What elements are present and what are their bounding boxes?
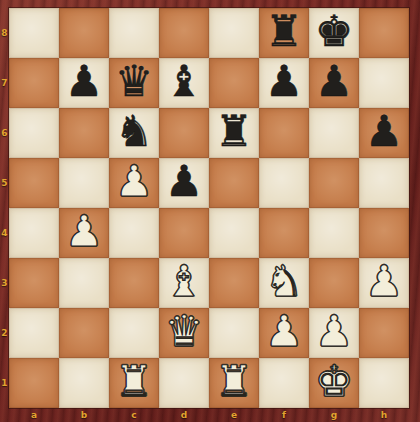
piece-white-pawn-b4[interactable]: ♟ — [59, 208, 109, 258]
square-h6[interactable]: ♟ — [359, 108, 409, 158]
piece-white-rook-e1[interactable]: ♜ — [209, 358, 259, 408]
piece-black-rook-e6[interactable]: ♜ — [209, 108, 259, 158]
square-e4[interactable] — [209, 208, 259, 258]
square-h8[interactable] — [359, 8, 409, 58]
square-f6[interactable] — [259, 108, 309, 158]
square-e6[interactable]: ♜ — [209, 108, 259, 158]
square-f8[interactable]: ♜ — [259, 8, 309, 58]
square-f5[interactable] — [259, 158, 309, 208]
piece-black-knight-c6[interactable]: ♞ — [109, 108, 159, 158]
square-e7[interactable] — [209, 58, 259, 108]
square-c2[interactable] — [109, 308, 159, 358]
square-a8[interactable] — [9, 8, 59, 58]
square-d7[interactable]: ♝ — [159, 58, 209, 108]
square-b6[interactable] — [59, 108, 109, 158]
square-b8[interactable] — [59, 8, 109, 58]
square-b3[interactable] — [59, 258, 109, 308]
file-label-f: f — [259, 409, 309, 421]
piece-black-pawn-g7[interactable]: ♟ — [309, 58, 359, 108]
square-e8[interactable] — [209, 8, 259, 58]
rank-label-3: 3 — [0, 277, 9, 289]
chess-board: ♜♚♟♛♝♟♟♞♜♟♟♟♟♝♞♟♛♟♟♜♜♚ — [9, 8, 409, 408]
file-label-c: c — [109, 409, 159, 421]
square-c8[interactable] — [109, 8, 159, 58]
file-label-a: a — [9, 409, 59, 421]
square-d2[interactable]: ♛ — [159, 308, 209, 358]
file-label-g: g — [309, 409, 359, 421]
rank-label-2: 2 — [0, 327, 9, 339]
piece-black-rook-f8[interactable]: ♜ — [259, 8, 309, 58]
square-d6[interactable] — [159, 108, 209, 158]
file-label-e: e — [209, 409, 259, 421]
piece-black-queen-c7[interactable]: ♛ — [109, 58, 159, 108]
square-b7[interactable]: ♟ — [59, 58, 109, 108]
piece-white-pawn-c5[interactable]: ♟ — [109, 158, 159, 208]
piece-black-king-g8[interactable]: ♚ — [309, 8, 359, 58]
square-c7[interactable]: ♛ — [109, 58, 159, 108]
square-a4[interactable] — [9, 208, 59, 258]
piece-black-pawn-f7[interactable]: ♟ — [259, 58, 309, 108]
square-f4[interactable] — [259, 208, 309, 258]
rank-label-1: 1 — [0, 377, 9, 389]
piece-white-pawn-f2[interactable]: ♟ — [259, 308, 309, 358]
square-h5[interactable] — [359, 158, 409, 208]
square-g6[interactable] — [309, 108, 359, 158]
piece-white-queen-d2[interactable]: ♛ — [159, 308, 209, 358]
square-a2[interactable] — [9, 308, 59, 358]
square-h1[interactable] — [359, 358, 409, 408]
file-label-h: h — [359, 409, 409, 421]
piece-black-bishop-d7[interactable]: ♝ — [159, 58, 209, 108]
piece-white-pawn-h3[interactable]: ♟ — [359, 258, 409, 308]
square-e3[interactable] — [209, 258, 259, 308]
square-h4[interactable] — [359, 208, 409, 258]
square-a6[interactable] — [9, 108, 59, 158]
file-label-d: d — [159, 409, 209, 421]
square-h7[interactable] — [359, 58, 409, 108]
square-g7[interactable]: ♟ — [309, 58, 359, 108]
square-a3[interactable] — [9, 258, 59, 308]
rank-label-8: 8 — [0, 27, 9, 39]
square-b2[interactable] — [59, 308, 109, 358]
square-f1[interactable] — [259, 358, 309, 408]
square-h3[interactable]: ♟ — [359, 258, 409, 308]
square-d8[interactable] — [159, 8, 209, 58]
square-c6[interactable]: ♞ — [109, 108, 159, 158]
square-d1[interactable] — [159, 358, 209, 408]
piece-black-pawn-b7[interactable]: ♟ — [59, 58, 109, 108]
piece-white-rook-c1[interactable]: ♜ — [109, 358, 159, 408]
square-e1[interactable]: ♜ — [209, 358, 259, 408]
square-c4[interactable] — [109, 208, 159, 258]
square-g8[interactable]: ♚ — [309, 8, 359, 58]
rank-label-5: 5 — [0, 177, 9, 189]
square-g5[interactable] — [309, 158, 359, 208]
square-g1[interactable]: ♚ — [309, 358, 359, 408]
square-b1[interactable] — [59, 358, 109, 408]
square-d3[interactable]: ♝ — [159, 258, 209, 308]
square-d4[interactable] — [159, 208, 209, 258]
square-e2[interactable] — [209, 308, 259, 358]
square-f2[interactable]: ♟ — [259, 308, 309, 358]
square-c1[interactable]: ♜ — [109, 358, 159, 408]
square-b4[interactable]: ♟ — [59, 208, 109, 258]
chess-board-frame: ♜♚♟♛♝♟♟♞♜♟♟♟♟♝♞♟♛♟♟♜♜♚ 87654321abcdefgh — [0, 0, 420, 422]
square-g2[interactable]: ♟ — [309, 308, 359, 358]
piece-black-pawn-d5[interactable]: ♟ — [159, 158, 209, 208]
square-e5[interactable] — [209, 158, 259, 208]
square-h2[interactable] — [359, 308, 409, 358]
piece-white-king-g1[interactable]: ♚ — [309, 358, 359, 408]
square-d5[interactable]: ♟ — [159, 158, 209, 208]
square-c5[interactable]: ♟ — [109, 158, 159, 208]
square-a1[interactable] — [9, 358, 59, 408]
file-label-b: b — [59, 409, 109, 421]
square-a7[interactable] — [9, 58, 59, 108]
square-f3[interactable]: ♞ — [259, 258, 309, 308]
square-g3[interactable] — [309, 258, 359, 308]
square-a5[interactable] — [9, 158, 59, 208]
square-g4[interactable] — [309, 208, 359, 258]
square-f7[interactable]: ♟ — [259, 58, 309, 108]
square-c3[interactable] — [109, 258, 159, 308]
rank-label-6: 6 — [0, 127, 9, 139]
rank-label-4: 4 — [0, 227, 9, 239]
square-b5[interactable] — [59, 158, 109, 208]
piece-white-pawn-g2[interactable]: ♟ — [309, 308, 359, 358]
piece-white-bishop-d3[interactable]: ♝ — [159, 258, 209, 308]
piece-black-pawn-h6[interactable]: ♟ — [359, 108, 409, 158]
rank-label-7: 7 — [0, 77, 9, 89]
piece-white-knight-f3[interactable]: ♞ — [259, 258, 309, 308]
